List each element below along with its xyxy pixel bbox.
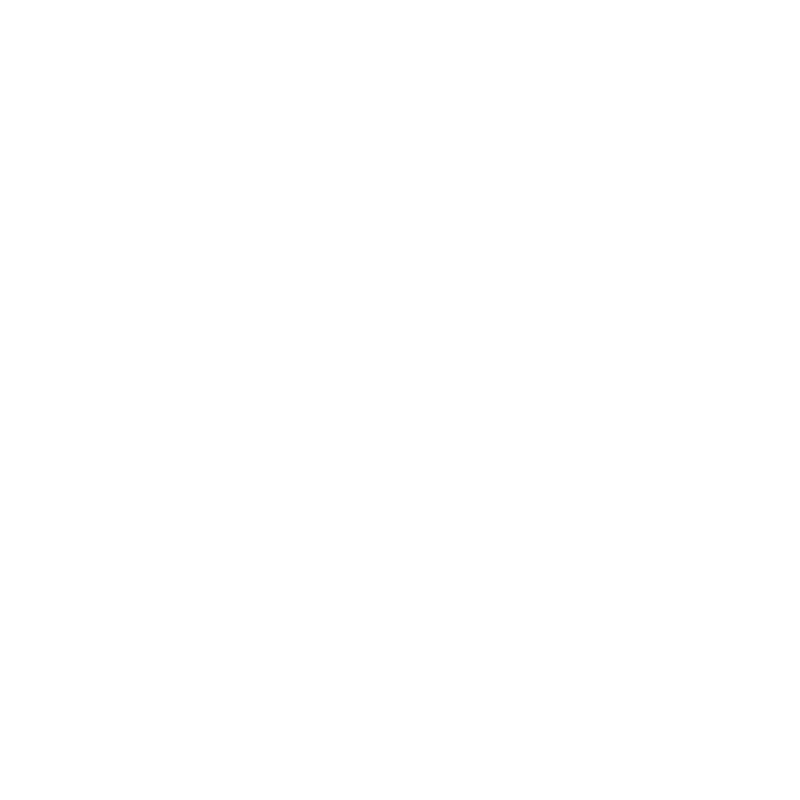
product-photo-scene: [0, 0, 800, 800]
chessboard-photo: [0, 0, 800, 800]
